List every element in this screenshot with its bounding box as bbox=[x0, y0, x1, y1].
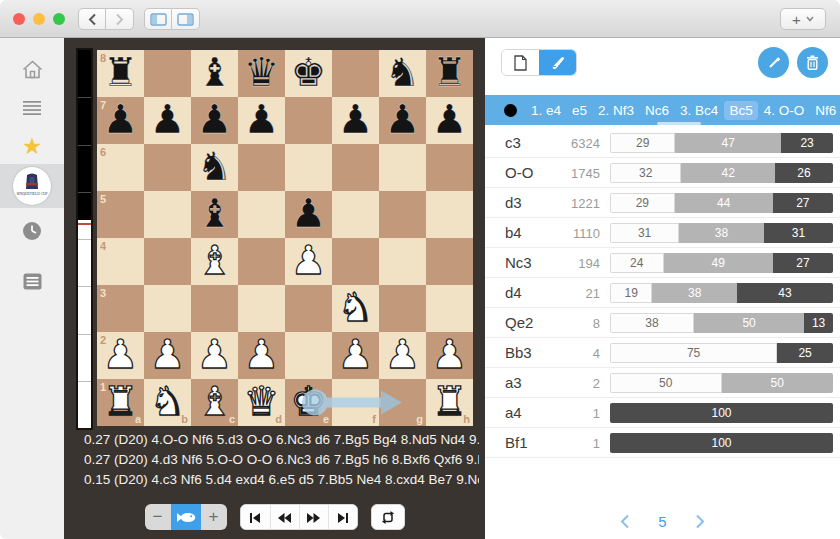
stat-row-a4[interactable]: a41100 bbox=[485, 398, 840, 428]
white-pawn: ♟ bbox=[144, 332, 191, 379]
stat-game-count: 2 bbox=[545, 376, 600, 391]
white-wins-segment: 75 bbox=[610, 343, 777, 363]
square-f6[interactable] bbox=[332, 144, 379, 191]
white-wins-segment: 32 bbox=[610, 163, 681, 183]
stat-game-count: 8 bbox=[545, 316, 600, 331]
square-e6[interactable] bbox=[285, 144, 332, 191]
square-a8[interactable]: 8♜ bbox=[97, 50, 144, 97]
result-bar: 324226 bbox=[610, 163, 833, 183]
move-token[interactable]: 4. O-O bbox=[764, 103, 805, 118]
toggle-left-panel-button[interactable] bbox=[144, 8, 172, 30]
square-d5[interactable] bbox=[238, 191, 285, 238]
board-controls: − + bbox=[64, 504, 485, 530]
black-wins-segment: 13 bbox=[804, 313, 833, 333]
square-d7[interactable]: ♟ bbox=[238, 97, 285, 144]
forward-icon bbox=[115, 13, 124, 26]
square-c7[interactable]: ♟ bbox=[191, 97, 238, 144]
engine-analysis-lines: 0.27 (D20) 4.O-O Nf6 5.d3 O-O 6.Nc3 d6 7… bbox=[84, 430, 479, 490]
white-pawn: ♟ bbox=[97, 332, 144, 379]
square-b6[interactable] bbox=[144, 144, 191, 191]
sidebar-item-games[interactable] bbox=[0, 259, 64, 303]
sinquefield-cup-logo: SINQUEFIELD CUP bbox=[13, 167, 51, 205]
stat-row-d3[interactable]: d31221294427 bbox=[485, 188, 840, 218]
black-wins-segment: 43 bbox=[737, 283, 833, 303]
result-bar: 100 bbox=[610, 403, 833, 423]
square-e2[interactable] bbox=[285, 332, 332, 379]
black-wins-segment: 23 bbox=[781, 133, 833, 153]
white-knight: ♞ bbox=[332, 285, 379, 332]
pencil-icon bbox=[767, 56, 781, 70]
stat-game-count: 1221 bbox=[545, 196, 600, 211]
square-c4[interactable]: ♝ bbox=[191, 238, 238, 285]
zoom-out-button[interactable]: − bbox=[145, 504, 171, 530]
square-b8[interactable] bbox=[144, 50, 191, 97]
stat-row-Qe2[interactable]: Qe28385013 bbox=[485, 308, 840, 338]
black-pawn: ♟ bbox=[191, 97, 238, 144]
file-coordinate: f bbox=[372, 413, 376, 425]
square-f7[interactable]: ♟ bbox=[332, 97, 379, 144]
square-f8[interactable] bbox=[332, 50, 379, 97]
square-h8[interactable]: ♜ bbox=[426, 50, 473, 97]
notation-view-button[interactable] bbox=[502, 50, 539, 75]
white-wins-segment: 29 bbox=[610, 133, 675, 153]
square-g3[interactable] bbox=[379, 285, 426, 332]
square-b5[interactable] bbox=[144, 191, 191, 238]
square-c1[interactable]: c♝ bbox=[191, 379, 238, 426]
result-bar: 313831 bbox=[610, 223, 833, 243]
square-h1[interactable]: h♜ bbox=[426, 379, 473, 426]
move-token[interactable]: e5 bbox=[572, 103, 587, 118]
black-pawn: ♟ bbox=[426, 97, 473, 144]
stat-move-label: d4 bbox=[505, 284, 522, 301]
square-a1[interactable]: 1a♜ bbox=[97, 379, 144, 426]
move-statistics-table: c36324294723O-O1745324226d31221294427b41… bbox=[485, 128, 840, 458]
square-h4[interactable] bbox=[426, 238, 473, 285]
black-pawn: ♟ bbox=[285, 191, 332, 238]
prev-page-button[interactable] bbox=[620, 514, 630, 529]
move-token[interactable]: 3. Bc4 bbox=[680, 103, 718, 118]
square-f2[interactable]: ♟ bbox=[332, 332, 379, 379]
white-pawn: ♟ bbox=[332, 332, 379, 379]
skip-start-icon bbox=[248, 512, 262, 524]
sidebar-item-favorites[interactable]: ★ bbox=[0, 124, 64, 168]
engine-line[interactable]: 0.27 (D20) 4.d3 Nf6 5.O-O O-O 6.Nc3 d6 7… bbox=[84, 450, 479, 470]
stat-game-count: 194 bbox=[545, 256, 600, 271]
draws-segment: 38 bbox=[679, 223, 764, 243]
evaluation-black-part bbox=[78, 50, 91, 220]
app-window: + ★ bbox=[0, 0, 840, 539]
engine-line[interactable]: 0.27 (D20) 4.O-O Nf6 5.d3 O-O 6.Nc3 d6 7… bbox=[84, 430, 479, 450]
pagination: 5 bbox=[485, 509, 840, 533]
stat-row-O-O[interactable]: O-O1745324226 bbox=[485, 158, 840, 188]
result-bar: 7525 bbox=[610, 343, 833, 363]
sidebar-item-history[interactable] bbox=[0, 209, 64, 253]
flip-board-button[interactable] bbox=[371, 504, 405, 530]
square-h2[interactable]: ♟ bbox=[426, 332, 473, 379]
rank-coordinate: 3 bbox=[100, 287, 106, 299]
skip-to-start-button[interactable] bbox=[241, 505, 270, 530]
forward-button[interactable] bbox=[106, 8, 134, 30]
black-queen: ♛ bbox=[238, 50, 285, 97]
move-token[interactable]: 1. e4 bbox=[531, 103, 561, 118]
square-a4[interactable]: 4 bbox=[97, 238, 144, 285]
toggle-right-panel-button[interactable] bbox=[172, 8, 200, 30]
side-to-move-dot bbox=[504, 104, 517, 117]
stat-move-label: O-O bbox=[505, 164, 533, 181]
square-a2[interactable]: 2♟ bbox=[97, 332, 144, 379]
square-f4[interactable] bbox=[332, 238, 379, 285]
white-knight: ♞ bbox=[144, 379, 191, 426]
black-knight: ♞ bbox=[379, 50, 426, 97]
black-wins-segment: 100 bbox=[610, 403, 833, 423]
square-a5[interactable]: 5 bbox=[97, 191, 144, 238]
white-pawn: ♟ bbox=[238, 332, 285, 379]
edit-button[interactable] bbox=[758, 47, 789, 78]
sidebar: ★ SINQUEFIELD CUP bbox=[0, 38, 64, 539]
stat-game-count: 1 bbox=[545, 406, 600, 421]
square-g7[interactable]: ♟ bbox=[379, 97, 426, 144]
stat-move-label: a3 bbox=[505, 374, 522, 391]
zoom-button[interactable] bbox=[53, 13, 65, 25]
evaluation-marker bbox=[78, 223, 91, 225]
stat-row-Nc3[interactable]: Nc3194244927 bbox=[485, 248, 840, 278]
white-bishop: ♝ bbox=[191, 238, 238, 285]
white-pawn: ♟ bbox=[379, 332, 426, 379]
square-b2[interactable]: ♟ bbox=[144, 332, 191, 379]
close-button[interactable] bbox=[13, 13, 25, 25]
result-bar: 244927 bbox=[610, 253, 833, 273]
panel-toggle-buttons bbox=[144, 8, 200, 30]
stat-game-count: 4 bbox=[545, 346, 600, 361]
black-king: ♚ bbox=[285, 50, 332, 97]
trash-icon bbox=[806, 55, 819, 70]
skip-to-end-button[interactable] bbox=[328, 505, 357, 530]
home-icon bbox=[21, 59, 44, 80]
delete-button[interactable] bbox=[797, 47, 828, 78]
black-rook: ♜ bbox=[426, 50, 473, 97]
stat-game-count: 6324 bbox=[545, 136, 600, 151]
flip-icon bbox=[380, 510, 396, 525]
stat-row-a3[interactable]: a325050 bbox=[485, 368, 840, 398]
white-wins-segment: 29 bbox=[610, 193, 675, 213]
list-icon bbox=[23, 273, 42, 290]
white-rook: ♜ bbox=[426, 379, 473, 426]
result-bar: 294427 bbox=[610, 193, 833, 213]
square-d6[interactable] bbox=[238, 144, 285, 191]
square-b4[interactable] bbox=[144, 238, 191, 285]
current-line-bar[interactable]: 1. e4e52. Nf3Nc63. Bc4Bc54. O-ONf65. bbox=[485, 95, 840, 125]
opening-explorer-panel: 1. e4e52. Nf3Nc63. Bc4Bc54. O-ONf65. c36… bbox=[485, 38, 840, 539]
stat-move-label: Nc3 bbox=[505, 254, 532, 271]
black-wins-segment: 27 bbox=[773, 253, 833, 273]
square-d2[interactable]: ♟ bbox=[238, 332, 285, 379]
square-c5[interactable]: ♝ bbox=[191, 191, 238, 238]
stat-move-label: d3 bbox=[505, 194, 522, 211]
stat-game-count: 1745 bbox=[545, 166, 600, 181]
black-pawn: ♟ bbox=[97, 97, 144, 144]
rank-coordinate: 6 bbox=[100, 146, 106, 158]
black-bishop: ♝ bbox=[191, 50, 238, 97]
playback-controls bbox=[240, 504, 358, 530]
engine-line[interactable]: 0.15 (D20) 4.c3 Nf6 5.d4 exd4 6.e5 d5 7.… bbox=[84, 470, 479, 490]
view-toggle bbox=[501, 49, 577, 76]
file-coordinate: g bbox=[416, 413, 423, 425]
title-bar: + bbox=[0, 0, 840, 38]
square-e1[interactable]: e♚ bbox=[285, 379, 332, 426]
square-c6[interactable]: ♞ bbox=[191, 144, 238, 191]
stat-move-label: c3 bbox=[505, 134, 521, 151]
rewind-button[interactable] bbox=[270, 505, 299, 530]
document-icon bbox=[514, 55, 527, 71]
square-e5[interactable]: ♟ bbox=[285, 191, 332, 238]
white-wins-segment: 24 bbox=[610, 253, 664, 273]
stat-move-label: Bb3 bbox=[505, 344, 532, 361]
square-e4[interactable]: ♟ bbox=[285, 238, 332, 285]
rank-coordinate: 5 bbox=[100, 193, 106, 205]
result-bar: 5050 bbox=[610, 373, 833, 393]
stockfish-icon bbox=[176, 511, 196, 524]
white-queen: ♛ bbox=[238, 379, 285, 426]
minus-icon: − bbox=[153, 507, 163, 527]
star-icon: ★ bbox=[22, 135, 43, 158]
right-panel-icon bbox=[177, 13, 194, 26]
square-a3[interactable]: 3 bbox=[97, 285, 144, 332]
square-g5[interactable] bbox=[379, 191, 426, 238]
back-icon bbox=[88, 13, 97, 26]
result-bar: 385013 bbox=[610, 313, 833, 333]
draws-segment: 42 bbox=[681, 163, 775, 183]
black-pawn: ♟ bbox=[144, 97, 191, 144]
stat-row-Bb3[interactable]: Bb347525 bbox=[485, 338, 840, 368]
white-wins-segment: 50 bbox=[610, 373, 722, 393]
draws-segment: 50 bbox=[694, 313, 804, 333]
stat-game-count: 1 bbox=[545, 436, 600, 451]
white-pawn: ♟ bbox=[426, 332, 473, 379]
draws-segment: 38 bbox=[652, 283, 737, 303]
zoom-in-button[interactable]: + bbox=[201, 504, 227, 530]
square-c3[interactable] bbox=[191, 285, 238, 332]
black-pawn: ♟ bbox=[379, 97, 426, 144]
square-g8[interactable]: ♞ bbox=[379, 50, 426, 97]
square-e7[interactable] bbox=[285, 97, 332, 144]
draws-segment: 44 bbox=[675, 193, 773, 213]
black-wins-segment: 100 bbox=[610, 433, 833, 453]
square-c8[interactable]: ♝ bbox=[191, 50, 238, 97]
stat-move-label: Bf1 bbox=[505, 434, 528, 451]
black-pawn: ♟ bbox=[238, 97, 285, 144]
square-g6[interactable] bbox=[379, 144, 426, 191]
book-icon bbox=[549, 56, 566, 70]
result-bar: 294723 bbox=[610, 133, 833, 153]
stat-row-d4[interactable]: d421193843 bbox=[485, 278, 840, 308]
engine-toggle-button[interactable] bbox=[171, 504, 201, 530]
square-e3[interactable] bbox=[285, 285, 332, 332]
black-bishop: ♝ bbox=[191, 191, 238, 238]
square-g4[interactable] bbox=[379, 238, 426, 285]
square-a6[interactable]: 6 bbox=[97, 144, 144, 191]
nav-buttons bbox=[78, 8, 134, 30]
engine-control-group: − + bbox=[145, 504, 227, 530]
square-d1[interactable]: d♛ bbox=[238, 379, 285, 426]
menu-lines-icon bbox=[22, 100, 42, 116]
result-bar: 193843 bbox=[610, 283, 833, 303]
white-wins-segment: 38 bbox=[610, 313, 694, 333]
stat-move-label: a4 bbox=[505, 404, 522, 421]
stat-row-c3[interactable]: c36324294723 bbox=[485, 128, 840, 158]
move-token[interactable]: Bc5 bbox=[724, 101, 757, 120]
white-bishop: ♝ bbox=[191, 379, 238, 426]
sidebar-item-home[interactable] bbox=[0, 47, 64, 91]
new-tab-button[interactable]: + bbox=[780, 8, 826, 30]
white-pawn: ♟ bbox=[285, 238, 332, 285]
plus-icon: + bbox=[792, 12, 801, 27]
move-token[interactable]: 2. Nf3 bbox=[598, 103, 634, 118]
chevron-down-icon bbox=[806, 16, 814, 22]
rewind-icon bbox=[277, 512, 292, 524]
square-d3[interactable] bbox=[238, 285, 285, 332]
black-wins-segment: 27 bbox=[773, 193, 833, 213]
skip-end-icon bbox=[336, 512, 350, 524]
move-token[interactable]: Nc6 bbox=[645, 103, 669, 118]
sidebar-item-sinquefield-cup[interactable]: SINQUEFIELD CUP bbox=[0, 164, 64, 208]
left-panel-icon bbox=[150, 13, 167, 26]
fast-forward-icon bbox=[306, 512, 321, 524]
square-c2[interactable]: ♟ bbox=[191, 332, 238, 379]
square-g2[interactable]: ♟ bbox=[379, 332, 426, 379]
white-pawn: ♟ bbox=[191, 332, 238, 379]
stat-move-label: b4 bbox=[505, 224, 522, 241]
stat-row-Bf1[interactable]: Bf11100 bbox=[485, 428, 840, 458]
stat-row-b4[interactable]: b41110313831 bbox=[485, 218, 840, 248]
square-b3[interactable] bbox=[144, 285, 191, 332]
evaluation-bar bbox=[76, 48, 93, 430]
stat-game-count: 21 bbox=[545, 286, 600, 301]
white-rook: ♜ bbox=[97, 379, 144, 426]
draws-segment: 47 bbox=[675, 133, 781, 153]
black-knight: ♞ bbox=[191, 144, 238, 191]
board-panel: 8♜♝♛♚♞♜7♟♟♟♟♟♟♟6♞5♝♟4♝♟3♞2♟♟♟♟♟♟♟1a♜b♞c♝… bbox=[64, 38, 485, 539]
square-d4[interactable] bbox=[238, 238, 285, 285]
square-b7[interactable]: ♟ bbox=[144, 97, 191, 144]
opening-book-view-button[interactable] bbox=[539, 50, 576, 75]
black-wins-segment: 25 bbox=[777, 343, 833, 363]
svg-text:SINQUEFIELD CUP: SINQUEFIELD CUP bbox=[16, 192, 47, 196]
fast-forward-button[interactable] bbox=[299, 505, 328, 530]
draws-segment: 50 bbox=[722, 373, 834, 393]
back-button[interactable] bbox=[78, 8, 106, 30]
square-h3[interactable] bbox=[426, 285, 473, 332]
black-rook: ♜ bbox=[97, 50, 144, 97]
black-wins-segment: 31 bbox=[764, 223, 833, 243]
white-wins-segment: 31 bbox=[610, 223, 679, 243]
chess-board: 8♜♝♛♚♞♜7♟♟♟♟♟♟♟6♞5♝♟4♝♟3♞2♟♟♟♟♟♟♟1a♜b♞c♝… bbox=[97, 50, 473, 426]
square-e8[interactable]: ♚ bbox=[285, 50, 332, 97]
square-f1[interactable]: f bbox=[332, 379, 379, 426]
plus-icon: + bbox=[209, 507, 219, 527]
black-wins-segment: 26 bbox=[775, 163, 833, 183]
white-wins-segment: 19 bbox=[610, 283, 652, 303]
next-page-button[interactable] bbox=[695, 514, 705, 529]
stat-move-label: Qe2 bbox=[505, 314, 533, 331]
rank-coordinate: 4 bbox=[100, 240, 106, 252]
page-number: 5 bbox=[658, 513, 666, 530]
square-f5[interactable] bbox=[332, 191, 379, 238]
move-token[interactable]: Nf6 bbox=[815, 103, 836, 118]
square-h6[interactable] bbox=[426, 144, 473, 191]
minimize-button[interactable] bbox=[33, 13, 45, 25]
black-pawn: ♟ bbox=[332, 97, 379, 144]
square-h5[interactable] bbox=[426, 191, 473, 238]
moves-bar-scrollbar[interactable] bbox=[657, 122, 701, 125]
square-g1[interactable]: g bbox=[379, 379, 426, 426]
square-h7[interactable]: ♟ bbox=[426, 97, 473, 144]
white-king: ♚ bbox=[285, 379, 332, 426]
square-f3[interactable]: ♞ bbox=[332, 285, 379, 332]
app-body: ★ SINQUEFIELD CUP bbox=[0, 38, 840, 539]
square-a7[interactable]: 7♟ bbox=[97, 97, 144, 144]
result-bar: 100 bbox=[610, 433, 833, 453]
draws-segment: 49 bbox=[664, 253, 773, 273]
square-d8[interactable]: ♛ bbox=[238, 50, 285, 97]
stat-game-count: 1110 bbox=[545, 226, 600, 241]
square-b1[interactable]: b♞ bbox=[144, 379, 191, 426]
clock-icon bbox=[22, 221, 42, 241]
